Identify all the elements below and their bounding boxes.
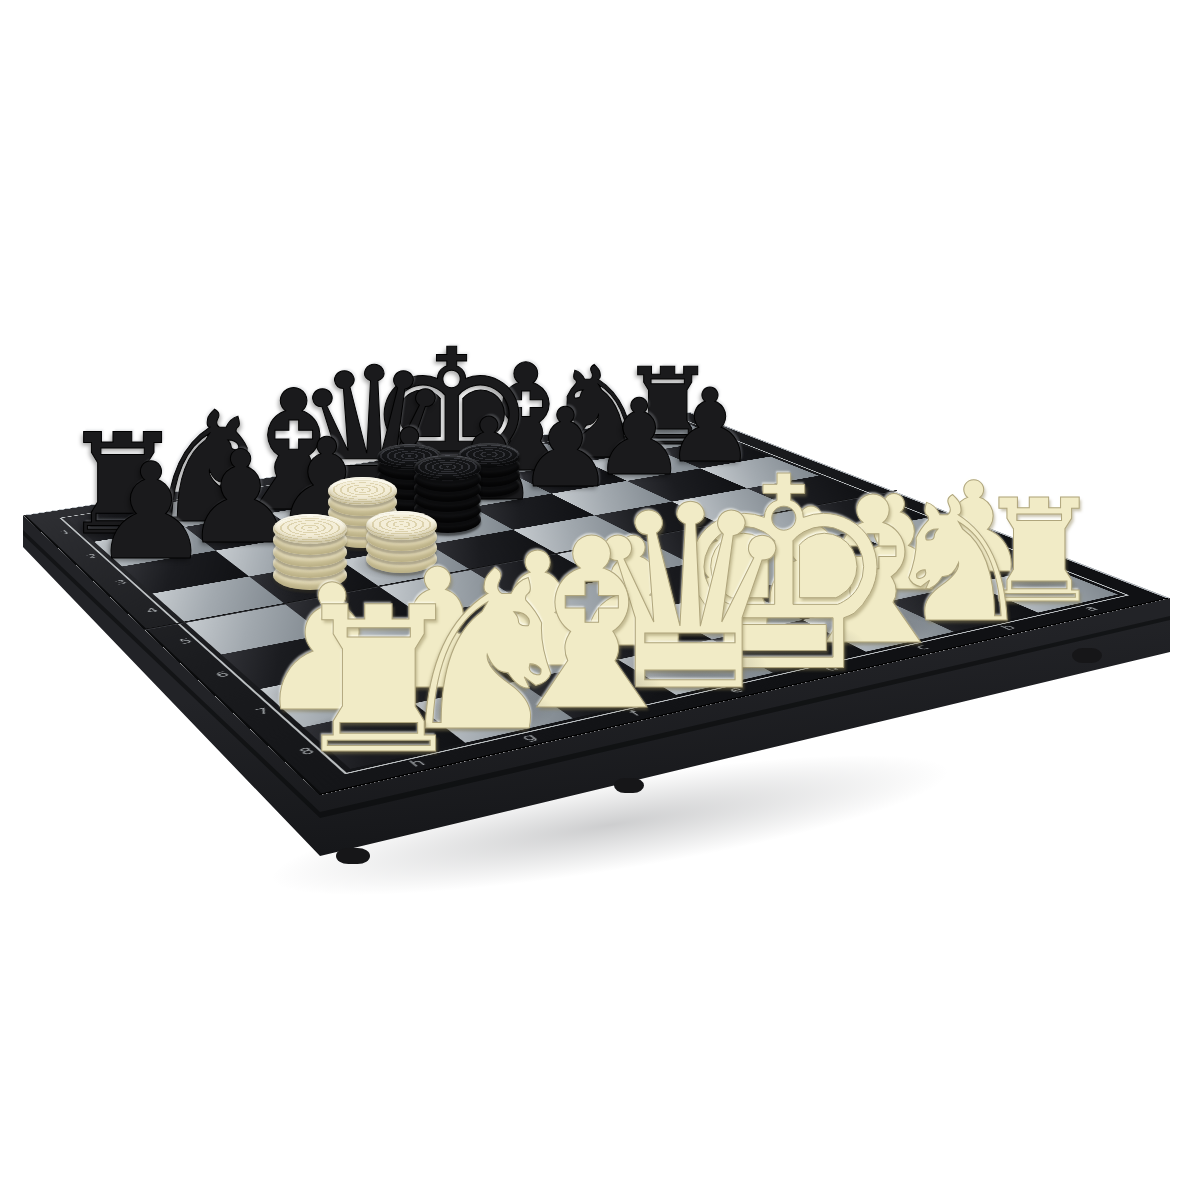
- board-foot: [614, 778, 644, 793]
- product-photo-scene: hgfedcba 12345678 ♜♞♝♛♚♝♞♜♟♟♟♟♟♟♟♟♟♟♟♟♟♟…: [0, 0, 1200, 1200]
- white-checker-disc: [273, 514, 348, 544]
- white-checker-disc: [328, 477, 397, 505]
- black-checker-disc: [414, 455, 481, 482]
- board-foot: [336, 848, 370, 864]
- board-foot: [1072, 648, 1102, 663]
- piece-white-rook[interactable]: ♜: [288, 580, 469, 782]
- piece-black-pawn[interactable]: ♟: [91, 444, 211, 577]
